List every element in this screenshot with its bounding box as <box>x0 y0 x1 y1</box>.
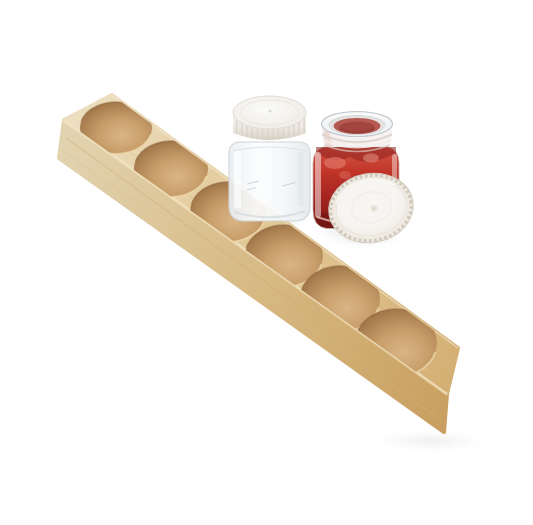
paint-highlight <box>363 154 379 163</box>
glass-highlight <box>315 152 321 218</box>
product-photo <box>0 0 533 525</box>
cap-dimple <box>268 109 271 112</box>
glass-highlight <box>234 150 241 208</box>
holder-shadow <box>372 431 488 451</box>
jar-mouth <box>322 112 393 137</box>
scene-svg <box>0 0 533 525</box>
paint-highlight <box>339 171 351 179</box>
glass-jar-body <box>229 142 310 221</box>
mouth-paint-inside <box>339 122 375 134</box>
empty-glass-jar <box>229 96 310 221</box>
glass-shade <box>298 152 304 206</box>
jar-screw-cap <box>233 96 306 140</box>
paint-highlight <box>324 157 346 169</box>
